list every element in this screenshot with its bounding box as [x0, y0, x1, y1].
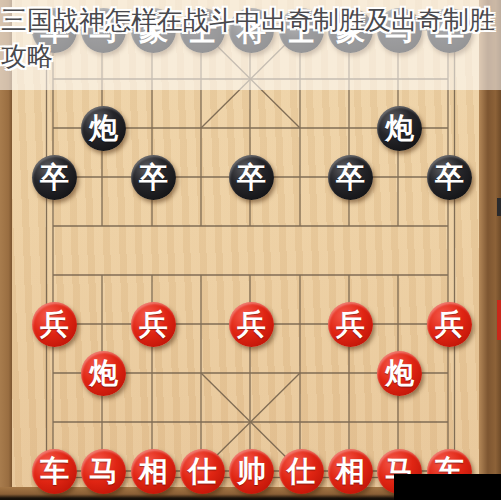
piece-black-soldier-2[interactable]: 卒: [131, 155, 176, 200]
piece-black-cannon-right[interactable]: 炮: [377, 106, 422, 151]
piece-red-soldier-5[interactable]: 兵: [427, 302, 472, 347]
piece-red-elephant-right[interactable]: 相: [328, 449, 373, 494]
piece-red-horse-left[interactable]: 马: [81, 449, 126, 494]
piece-red-cannon-right[interactable]: 炮: [377, 351, 422, 396]
piece-red-cannon-left[interactable]: 炮: [81, 351, 126, 396]
piece-black-soldier-5[interactable]: 卒: [427, 155, 472, 200]
piece-red-soldier-1[interactable]: 兵: [32, 302, 77, 347]
piece-red-soldier-4[interactable]: 兵: [328, 302, 373, 347]
piece-red-advisor-left[interactable]: 仕: [180, 449, 225, 494]
piece-red-general[interactable]: 帅: [229, 449, 274, 494]
piece-black-soldier-1[interactable]: 卒: [32, 155, 77, 200]
page-title: 三国战神怎样在战斗中出奇制胜及出奇制胜 攻略: [1, 2, 501, 74]
page-title-line1: 三国战神怎样在战斗中出奇制胜及出奇制胜: [1, 2, 501, 38]
piece-red-chariot-left[interactable]: 车: [32, 449, 77, 494]
piece-red-soldier-2[interactable]: 兵: [131, 302, 176, 347]
piece-black-soldier-4[interactable]: 卒: [328, 155, 373, 200]
piece-red-soldier-3[interactable]: 兵: [229, 302, 274, 347]
piece-black-cannon-left[interactable]: 炮: [81, 106, 126, 151]
edge-fragment-black: [497, 198, 501, 216]
piece-black-soldier-3[interactable]: 卒: [229, 155, 274, 200]
censor-box: [394, 474, 501, 500]
piece-red-elephant-left[interactable]: 相: [131, 449, 176, 494]
edge-fragment-red: [497, 300, 501, 340]
page-title-line2: 攻略: [1, 38, 501, 74]
piece-red-advisor-right[interactable]: 仕: [279, 449, 324, 494]
xiangqi-screenshot: 车马象士将士象马车炮炮卒卒卒卒卒兵兵兵兵兵炮炮车马相仕帅仕相马车 三国战神怎样在…: [0, 0, 501, 500]
